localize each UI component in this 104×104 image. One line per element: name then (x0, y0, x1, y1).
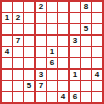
cell-r7c3[interactable] (24, 70, 34, 80)
cell-r3c5[interactable] (47, 24, 57, 34)
cell-r9c6[interactable]: 4 (58, 92, 68, 102)
cell-r9c2[interactable] (13, 92, 23, 102)
cell-r4c1[interactable] (2, 36, 12, 46)
cell-r3c7[interactable] (70, 24, 80, 34)
cell-r3c8[interactable]: 5 (81, 24, 91, 34)
cell-r1c3[interactable] (24, 2, 34, 12)
cell-r5c1[interactable]: 4 (2, 47, 12, 57)
cell-r6c5[interactable]: 6 (47, 58, 57, 68)
cell-r2c7[interactable] (70, 13, 80, 23)
cell-r6c3[interactable] (24, 58, 34, 68)
box-1-2: 2 (36, 2, 68, 34)
cell-r6c7[interactable] (70, 58, 80, 68)
cell-r1c6[interactable] (58, 2, 68, 12)
cell-r1c5[interactable] (47, 2, 57, 12)
cell-r2c3[interactable] (24, 13, 34, 23)
cell-r5c6[interactable] (58, 47, 68, 57)
box-3-3: 146 (70, 70, 102, 102)
cell-r6c8[interactable] (81, 58, 91, 68)
cell-r5c9[interactable] (92, 47, 102, 57)
cell-r1c8[interactable]: 8 (81, 2, 91, 12)
cell-r1c4[interactable]: 2 (36, 2, 46, 12)
cell-r3c6[interactable] (58, 24, 68, 34)
sudoku-board: 12285741635374146 (0, 0, 104, 104)
cell-r4c5[interactable] (47, 36, 57, 46)
cell-r2c9[interactable] (92, 13, 102, 23)
box-1-3: 85 (70, 2, 102, 34)
cell-r9c8[interactable] (81, 92, 91, 102)
cell-r8c4[interactable]: 7 (36, 81, 46, 91)
cell-r1c2[interactable] (13, 2, 23, 12)
cell-r9c1[interactable] (2, 92, 12, 102)
cell-r4c2[interactable]: 7 (13, 36, 23, 46)
box-2-1: 74 (2, 36, 34, 68)
cell-r6c9[interactable] (92, 58, 102, 68)
cell-r2c5[interactable] (47, 13, 57, 23)
cell-r7c9[interactable]: 4 (92, 70, 102, 80)
cell-r3c3[interactable] (24, 24, 34, 34)
cell-r5c2[interactable] (13, 47, 23, 57)
cell-r7c6[interactable] (58, 70, 68, 80)
cell-r4c8[interactable] (81, 36, 91, 46)
box-2-3: 3 (70, 36, 102, 68)
cell-r7c4[interactable]: 3 (36, 70, 46, 80)
cell-r4c9[interactable] (92, 36, 102, 46)
cell-r8c5[interactable] (47, 81, 57, 91)
cell-r5c8[interactable] (81, 47, 91, 57)
cell-r1c7[interactable] (70, 2, 80, 12)
cell-r6c4[interactable] (36, 58, 46, 68)
cell-r2c8[interactable] (81, 13, 91, 23)
cell-r6c6[interactable] (58, 58, 68, 68)
cell-r8c6[interactable] (58, 81, 68, 91)
cell-r7c2[interactable] (13, 70, 23, 80)
cell-r5c7[interactable] (70, 47, 80, 57)
cell-r5c4[interactable] (36, 47, 46, 57)
cell-r6c2[interactable] (13, 58, 23, 68)
cell-r9c5[interactable] (47, 92, 57, 102)
cell-r1c9[interactable] (92, 2, 102, 12)
cell-r4c6[interactable] (58, 36, 68, 46)
cell-r8c1[interactable] (2, 81, 12, 91)
cell-r7c7[interactable]: 1 (70, 70, 80, 80)
cell-r9c7[interactable]: 6 (70, 92, 80, 102)
cell-r3c1[interactable] (2, 24, 12, 34)
box-3-1: 5 (2, 70, 34, 102)
cell-r8c8[interactable] (81, 81, 91, 91)
cell-r8c3[interactable]: 5 (24, 81, 34, 91)
cell-r5c3[interactable] (24, 47, 34, 57)
cell-r2c1[interactable]: 1 (2, 13, 12, 23)
cell-r7c8[interactable] (81, 70, 91, 80)
cell-r3c2[interactable] (13, 24, 23, 34)
cell-r4c7[interactable]: 3 (70, 36, 80, 46)
cell-r8c7[interactable] (70, 81, 80, 91)
cell-r6c1[interactable] (2, 58, 12, 68)
cell-r7c5[interactable] (47, 70, 57, 80)
cell-r9c3[interactable] (24, 92, 34, 102)
cell-r8c2[interactable] (13, 81, 23, 91)
box-3-2: 374 (36, 70, 68, 102)
box-2-2: 16 (36, 36, 68, 68)
cell-r2c2[interactable]: 2 (13, 13, 23, 23)
cell-r2c6[interactable] (58, 13, 68, 23)
cell-r5c5[interactable]: 1 (47, 47, 57, 57)
cell-r7c1[interactable] (2, 70, 12, 80)
cell-r4c3[interactable] (24, 36, 34, 46)
box-1-1: 12 (2, 2, 34, 34)
cell-r9c4[interactable] (36, 92, 46, 102)
cell-r9c9[interactable] (92, 92, 102, 102)
cell-r4c4[interactable] (36, 36, 46, 46)
cell-r2c4[interactable] (36, 13, 46, 23)
cell-r1c1[interactable] (2, 2, 12, 12)
cell-r8c9[interactable] (92, 81, 102, 91)
cell-r3c4[interactable] (36, 24, 46, 34)
cell-r3c9[interactable] (92, 24, 102, 34)
